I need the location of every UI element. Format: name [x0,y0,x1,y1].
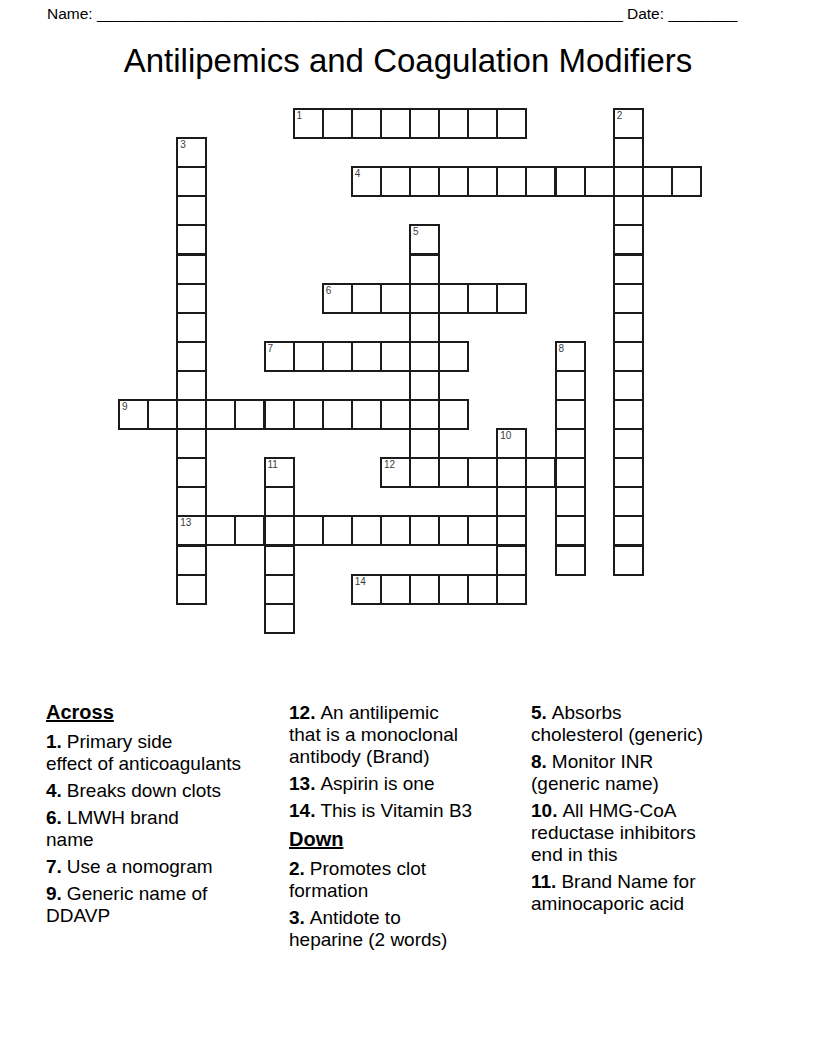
name-label: Name: [47,5,93,22]
grid-cell[interactable]: 11 [264,457,295,488]
grid-cell[interactable]: 2 [613,108,644,139]
grid-cell[interactable] [409,108,440,139]
grid-cell[interactable] [496,166,527,197]
grid-cell[interactable] [351,515,382,546]
clue-item: 5.Absorbs cholesterol (generic) [531,702,777,746]
grid-cell[interactable] [322,515,353,546]
grid-cell[interactable] [264,486,295,517]
cell-clue-number: 10 [500,430,511,441]
grid-cell[interactable] [438,283,469,314]
cell-clue-number: 2 [617,110,623,121]
clue-item-text: Monitor INR (generic name) [531,751,659,794]
grid-cell[interactable] [584,166,615,197]
grid-cell[interactable] [176,545,207,576]
grid-cell[interactable] [409,515,440,546]
grid-cell[interactable] [176,399,207,430]
grid-cell[interactable] [555,399,586,430]
clues-column-1: Across1.Primary side effect of anticoagu… [46,700,288,932]
clue-item-text: Primary side effect of anticoagulants [46,731,241,774]
grid-cell[interactable] [264,574,295,605]
grid-cell[interactable] [642,166,673,197]
cell-clue-number: 14 [355,576,366,587]
grid-cell[interactable] [438,108,469,139]
grid-cell[interactable]: 7 [264,341,295,372]
grid-cell[interactable] [409,341,440,372]
grid-cell[interactable]: 13 [176,515,207,546]
grid-cell[interactable] [555,545,586,576]
grid-cell[interactable] [176,254,207,285]
grid-cell[interactable] [176,486,207,517]
grid-cell[interactable] [438,574,469,605]
clue-item-number: 6. [46,807,62,828]
grid-cell[interactable] [176,195,207,226]
grid-cell[interactable] [555,515,586,546]
clue-item: 9.Generic name of DDAVP [46,883,288,927]
clue-item-number: 7. [46,856,62,877]
grid-cell[interactable] [264,545,295,576]
grid-cell[interactable] [496,108,527,139]
grid-cell[interactable] [351,283,382,314]
grid-cell[interactable] [380,108,411,139]
grid-cell[interactable] [380,283,411,314]
cell-clue-number: 9 [122,401,128,412]
clue-item-text: Absorbs cholesterol (generic) [531,702,703,745]
clue-item: 2.Promotes clot formation [289,858,527,902]
down-heading: Down [289,827,527,851]
clue-item: 6.LMWH brand name [46,807,288,851]
grid-cell[interactable] [409,457,440,488]
grid-cell[interactable] [613,254,644,285]
clue-item: 4.Breaks down clots [46,780,288,802]
grid-cell[interactable] [613,370,644,401]
grid-cell[interactable] [176,166,207,197]
grid-cell[interactable] [176,224,207,255]
date-blank-line: ________ [668,5,737,22]
clue-item-text: LMWH brand name [46,807,179,850]
grid-cell[interactable] [613,486,644,517]
grid-cell[interactable] [438,341,469,372]
grid-cell[interactable] [380,399,411,430]
cell-clue-number: 12 [384,459,395,470]
grid-cell[interactable] [555,457,586,488]
grid-cell[interactable] [613,137,644,168]
clue-item: 10.All HMG-CoA reductase inhibitors end … [531,800,777,866]
worksheet-page: Name: __________________________________… [0,0,816,1056]
grid-cell[interactable] [322,341,353,372]
clue-item: 13.Aspirin is one [289,773,527,795]
grid-cell[interactable] [496,515,527,546]
clue-item-number: 8. [531,751,547,772]
cell-clue-number: 3 [180,139,186,150]
grid-cell[interactable] [613,341,644,372]
clue-item-text: This is Vitamin B3 [320,800,472,821]
grid-cell[interactable] [351,108,382,139]
grid-cell[interactable] [467,166,498,197]
grid-cell[interactable] [496,574,527,605]
grid-cell[interactable]: 10 [496,428,527,459]
grid-cell[interactable] [467,515,498,546]
grid-cell[interactable] [409,254,440,285]
grid-cell[interactable] [496,486,527,517]
grid-cell[interactable] [205,515,236,546]
grid-cell[interactable] [409,312,440,343]
cell-clue-number: 5 [413,226,419,237]
clue-item-number: 11. [531,871,556,892]
grid-cell[interactable] [176,370,207,401]
clue-item-text: Generic name of DDAVP [46,883,207,926]
clue-item: 7.Use a nomogram [46,856,288,878]
crossword-grid: 1234567891011121314 [118,108,702,634]
grid-cell[interactable]: 8 [555,341,586,372]
cell-clue-number: 7 [268,343,274,354]
date-field: Date: ________ [627,4,737,24]
clue-item-number: 14. [289,800,315,821]
grid-cell[interactable] [351,399,382,430]
grid-cell[interactable] [613,457,644,488]
cell-clue-number: 6 [326,285,332,296]
grid-cell[interactable] [438,399,469,430]
clue-item-number: 13. [289,773,315,794]
grid-cell[interactable]: 1 [293,108,324,139]
grid-cell[interactable] [438,515,469,546]
cell-clue-number: 4 [355,168,361,179]
clue-item: 12.An antilipemic that is a monoclonal a… [289,702,527,768]
grid-cell[interactable] [613,545,644,576]
grid-cell[interactable] [555,486,586,517]
grid-cell[interactable] [438,457,469,488]
grid-cell[interactable] [322,399,353,430]
grid-cell[interactable] [234,515,265,546]
clue-item-text: Breaks down clots [67,780,221,801]
clue-item-text: Antidote to heparine (2 words) [289,907,447,950]
grid-cell[interactable] [380,166,411,197]
grid-cell[interactable] [496,457,527,488]
grid-cell[interactable] [613,399,644,430]
grid-cell[interactable] [176,574,207,605]
grid-cell[interactable] [176,312,207,343]
grid-cell[interactable] [671,166,702,197]
grid-cell[interactable] [264,399,295,430]
grid-cell[interactable] [176,341,207,372]
clue-item-text: Use a nomogram [67,856,213,877]
grid-cell[interactable] [613,166,644,197]
grid-cell[interactable] [409,283,440,314]
cell-clue-number: 1 [297,110,303,121]
grid-cell[interactable] [409,574,440,605]
grid-cell[interactable] [613,312,644,343]
grid-cell[interactable] [147,399,178,430]
grid-cell[interactable]: 3 [176,137,207,168]
clue-item: 3.Antidote to heparine (2 words) [289,907,527,951]
grid-cell[interactable] [409,428,440,459]
clue-item-text: Promotes clot formation [289,858,426,901]
grid-cell[interactable] [380,574,411,605]
grid-cell[interactable] [438,166,469,197]
name-blank-line: ________________________________________… [97,5,623,22]
grid-cell[interactable] [613,515,644,546]
clue-item-number: 4. [46,780,62,801]
across-heading: Across [46,700,288,724]
grid-cell[interactable] [555,370,586,401]
grid-cell[interactable] [264,515,295,546]
puzzle-title: Antilipemics and Coagulation Modifiers [0,42,816,80]
name-field: Name: __________________________________… [47,4,623,24]
grid-cell[interactable] [176,457,207,488]
grid-cell[interactable]: 12 [380,457,411,488]
cell-clue-number: 11 [268,459,278,470]
clues-column-3: 5.Absorbs cholesterol (generic)8.Monitor… [531,702,777,920]
grid-cell[interactable] [205,399,236,430]
grid-cell[interactable] [613,283,644,314]
grid-cell[interactable]: 4 [351,166,382,197]
grid-cell[interactable] [555,166,586,197]
clue-item: 11.Brand Name for aminocaporic acid [531,871,777,915]
clue-item-text: Aspirin is one [320,773,434,794]
grid-cell[interactable]: 14 [351,574,382,605]
grid-cell[interactable]: 9 [118,399,149,430]
cell-clue-number: 8 [559,343,565,354]
grid-cell[interactable] [293,515,324,546]
grid-cell[interactable] [264,603,295,634]
grid-cell[interactable]: 6 [322,283,353,314]
cell-clue-number: 13 [180,517,191,528]
grid-cell[interactable] [234,399,265,430]
clue-item-number: 12. [289,702,315,723]
grid-cell[interactable] [525,166,556,197]
grid-cell[interactable] [496,545,527,576]
grid-cell[interactable] [409,399,440,430]
grid-cell[interactable]: 5 [409,224,440,255]
grid-cell[interactable] [351,341,382,372]
grid-cell[interactable] [293,399,324,430]
grid-cell[interactable] [322,108,353,139]
grid-cell[interactable] [380,341,411,372]
grid-cell[interactable] [613,428,644,459]
clue-item: 8.Monitor INR (generic name) [531,751,777,795]
clue-item-number: 10. [531,800,557,821]
grid-cell[interactable] [525,457,556,488]
grid-cell[interactable] [176,428,207,459]
clue-item-number: 3. [289,907,305,928]
grid-cell[interactable] [176,283,207,314]
clue-item: 1.Primary side effect of anticoagulants [46,731,288,775]
grid-cell[interactable] [293,341,324,372]
grid-cell[interactable] [613,224,644,255]
clue-item-number: 2. [289,858,305,879]
grid-cell[interactable] [467,574,498,605]
clue-item-number: 5. [531,702,547,723]
grid-cell[interactable] [467,283,498,314]
grid-cell[interactable] [409,166,440,197]
date-label: Date: [627,5,664,22]
grid-cell[interactable] [555,428,586,459]
clue-item-number: 9. [46,883,62,904]
grid-cell[interactable] [613,195,644,226]
clue-item: 14.This is Vitamin B3 [289,800,527,822]
grid-cell[interactable] [409,370,440,401]
clue-item-number: 1. [46,731,62,752]
clues-column-2: 12.An antilipemic that is a monoclonal a… [289,702,527,956]
grid-cell[interactable] [467,457,498,488]
grid-cell[interactable] [496,283,527,314]
grid-cell[interactable] [467,108,498,139]
grid-cell[interactable] [380,515,411,546]
